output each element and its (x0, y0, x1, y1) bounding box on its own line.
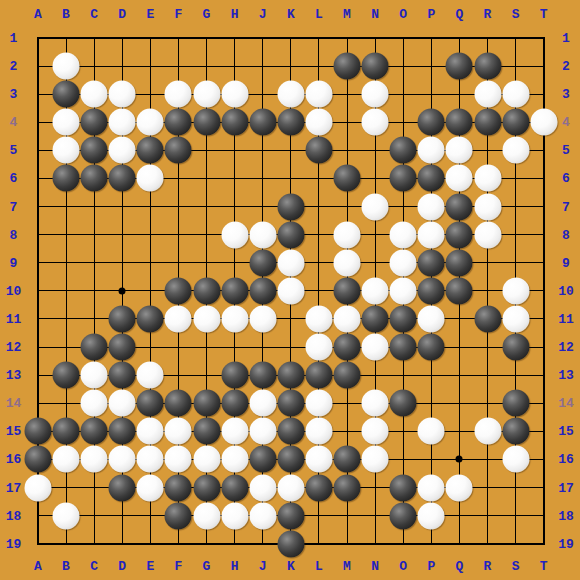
stone-F10-black[interactable] (165, 277, 192, 304)
stone-Q6-white[interactable] (446, 165, 473, 192)
stone-D16-white[interactable] (109, 446, 136, 473)
stone-J13-black[interactable] (249, 362, 276, 389)
stone-D12-black[interactable] (109, 334, 136, 361)
stone-L13-black[interactable] (305, 362, 332, 389)
row-label-left-10: 10 (6, 284, 22, 297)
stone-A17-white[interactable] (24, 474, 51, 501)
row-label-left-14: 14 (6, 397, 22, 410)
stone-P18-white[interactable] (418, 502, 445, 529)
row-label-right-4: 4 (562, 116, 570, 129)
stone-B18-white[interactable] (53, 502, 80, 529)
stone-M6-black[interactable] (334, 165, 361, 192)
stone-C15-black[interactable] (81, 418, 108, 445)
row-label-right-8: 8 (562, 228, 570, 241)
stone-P9-black[interactable] (418, 249, 445, 276)
stone-T4-white[interactable] (530, 109, 557, 136)
col-label-bottom-H: H (231, 560, 239, 573)
col-label-bottom-R: R (484, 560, 492, 573)
row-label-right-7: 7 (562, 200, 570, 213)
col-label-top-A: A (34, 7, 42, 20)
stone-K19-black[interactable] (277, 530, 304, 557)
stone-S3-white[interactable] (502, 81, 529, 108)
stone-B15-black[interactable] (53, 418, 80, 445)
stone-R4-black[interactable] (474, 109, 501, 136)
row-label-left-1: 1 (10, 31, 18, 44)
stone-B4-white[interactable] (53, 109, 80, 136)
stone-H8-white[interactable] (221, 221, 248, 248)
stone-Q17-white[interactable] (446, 474, 473, 501)
stone-F18-black[interactable] (165, 502, 192, 529)
stone-N7-white[interactable] (362, 193, 389, 220)
col-label-bottom-O: O (399, 560, 407, 573)
stone-E16-white[interactable] (137, 446, 164, 473)
stone-Q5-white[interactable] (446, 137, 473, 164)
stone-O5-black[interactable] (390, 137, 417, 164)
stone-N14-white[interactable] (362, 390, 389, 417)
stone-K10-white[interactable] (277, 277, 304, 304)
stone-L17-black[interactable] (305, 474, 332, 501)
stone-J4-black[interactable] (249, 109, 276, 136)
row-label-left-4: 4 (10, 116, 18, 129)
stone-L15-white[interactable] (305, 418, 332, 445)
stone-K7-black[interactable] (277, 193, 304, 220)
row-label-right-19: 19 (558, 537, 574, 550)
stone-G18-white[interactable] (193, 502, 220, 529)
stone-K14-black[interactable] (277, 390, 304, 417)
stone-G14-black[interactable] (193, 390, 220, 417)
stone-Q10-black[interactable] (446, 277, 473, 304)
stone-O14-black[interactable] (390, 390, 417, 417)
stone-G3-white[interactable] (193, 81, 220, 108)
stone-G4-black[interactable] (193, 109, 220, 136)
stone-K17-white[interactable] (277, 474, 304, 501)
stone-D3-white[interactable] (109, 81, 136, 108)
col-label-top-T: T (540, 7, 548, 20)
row-label-right-14: 14 (558, 397, 574, 410)
stone-H13-black[interactable] (221, 362, 248, 389)
stone-E11-black[interactable] (137, 305, 164, 332)
stone-L11-white[interactable] (305, 305, 332, 332)
stone-E4-white[interactable] (137, 109, 164, 136)
col-label-bottom-N: N (371, 560, 379, 573)
col-label-bottom-F: F (174, 560, 182, 573)
row-label-right-6: 6 (562, 172, 570, 185)
row-label-right-11: 11 (558, 312, 574, 325)
row-label-left-16: 16 (6, 453, 22, 466)
stone-M12-black[interactable] (334, 334, 361, 361)
row-label-left-9: 9 (10, 256, 18, 269)
col-label-bottom-J: J (259, 560, 267, 573)
row-label-right-12: 12 (558, 341, 574, 354)
hoshi-Q16 (456, 456, 463, 463)
col-label-top-C: C (90, 7, 98, 20)
stone-B16-white[interactable] (53, 446, 80, 473)
stone-N12-white[interactable] (362, 334, 389, 361)
col-label-top-P: P (427, 7, 435, 20)
stone-J15-white[interactable] (249, 418, 276, 445)
stone-O17-black[interactable] (390, 474, 417, 501)
col-label-bottom-Q: Q (455, 560, 463, 573)
stone-E17-white[interactable] (137, 474, 164, 501)
stone-S4-black[interactable] (502, 109, 529, 136)
stone-N10-white[interactable] (362, 277, 389, 304)
stone-P10-black[interactable] (418, 277, 445, 304)
stone-J14-white[interactable] (249, 390, 276, 417)
col-label-bottom-B: B (62, 560, 70, 573)
row-label-right-3: 3 (562, 88, 570, 101)
stone-R3-white[interactable] (474, 81, 501, 108)
stone-J16-black[interactable] (249, 446, 276, 473)
row-label-left-3: 3 (10, 88, 18, 101)
stone-C12-black[interactable] (81, 334, 108, 361)
stone-O12-black[interactable] (390, 334, 417, 361)
stone-P8-white[interactable] (418, 221, 445, 248)
stone-K3-white[interactable] (277, 81, 304, 108)
stone-H14-black[interactable] (221, 390, 248, 417)
col-label-top-F: F (174, 7, 182, 20)
stone-S16-white[interactable] (502, 446, 529, 473)
stone-R11-black[interactable] (474, 305, 501, 332)
stone-O6-black[interactable] (390, 165, 417, 192)
stone-D17-black[interactable] (109, 474, 136, 501)
stone-N3-white[interactable] (362, 81, 389, 108)
col-label-top-S: S (512, 7, 520, 20)
stone-C4-black[interactable] (81, 109, 108, 136)
col-label-bottom-D: D (118, 560, 126, 573)
stone-C5-black[interactable] (81, 137, 108, 164)
stone-C3-white[interactable] (81, 81, 108, 108)
col-label-bottom-M: M (343, 560, 351, 573)
stone-N11-black[interactable] (362, 305, 389, 332)
row-label-left-5: 5 (10, 144, 18, 157)
col-label-top-K: K (287, 7, 295, 20)
col-label-bottom-S: S (512, 560, 520, 573)
stone-K4-black[interactable] (277, 109, 304, 136)
stone-G11-white[interactable] (193, 305, 220, 332)
col-label-bottom-P: P (427, 560, 435, 573)
stone-M17-black[interactable] (334, 474, 361, 501)
row-label-right-18: 18 (558, 509, 574, 522)
stone-J9-black[interactable] (249, 249, 276, 276)
col-label-top-Q: Q (455, 7, 463, 20)
stone-S10-white[interactable] (502, 277, 529, 304)
col-label-bottom-T: T (540, 560, 548, 573)
stone-H3-white[interactable] (221, 81, 248, 108)
stone-R6-white[interactable] (474, 165, 501, 192)
stone-C14-white[interactable] (81, 390, 108, 417)
stone-L16-white[interactable] (305, 446, 332, 473)
col-label-bottom-G: G (203, 560, 211, 573)
stone-G16-white[interactable] (193, 446, 220, 473)
stone-F3-white[interactable] (165, 81, 192, 108)
stone-B13-black[interactable] (53, 362, 80, 389)
stone-B6-black[interactable] (53, 165, 80, 192)
stone-L14-white[interactable] (305, 390, 332, 417)
stone-J11-white[interactable] (249, 305, 276, 332)
stone-E5-black[interactable] (137, 137, 164, 164)
stone-M13-black[interactable] (334, 362, 361, 389)
col-label-top-R: R (484, 7, 492, 20)
stone-F14-black[interactable] (165, 390, 192, 417)
col-label-bottom-C: C (90, 560, 98, 573)
stone-L5-black[interactable] (305, 137, 332, 164)
stone-S5-white[interactable] (502, 137, 529, 164)
stone-H11-white[interactable] (221, 305, 248, 332)
stone-P15-white[interactable] (418, 418, 445, 445)
stone-Q2-black[interactable] (446, 53, 473, 80)
stone-S11-white[interactable] (502, 305, 529, 332)
stone-Q4-black[interactable] (446, 109, 473, 136)
stone-N2-black[interactable] (362, 53, 389, 80)
stone-E14-black[interactable] (137, 390, 164, 417)
stone-N16-white[interactable] (362, 446, 389, 473)
stone-R2-black[interactable] (474, 53, 501, 80)
row-label-left-18: 18 (6, 509, 22, 522)
stone-C6-black[interactable] (81, 165, 108, 192)
stone-J8-white[interactable] (249, 221, 276, 248)
stone-N15-white[interactable] (362, 418, 389, 445)
stone-D4-white[interactable] (109, 109, 136, 136)
stone-S14-black[interactable] (502, 390, 529, 417)
col-label-top-B: B (62, 7, 70, 20)
stone-B2-white[interactable] (53, 53, 80, 80)
stone-M16-black[interactable] (334, 446, 361, 473)
stone-F17-black[interactable] (165, 474, 192, 501)
row-label-right-16: 16 (558, 453, 574, 466)
stone-H15-white[interactable] (221, 418, 248, 445)
stone-Q9-black[interactable] (446, 249, 473, 276)
row-label-left-19: 19 (6, 537, 22, 550)
stone-F4-black[interactable] (165, 109, 192, 136)
go-board[interactable]: AABBCCDDEEFFGGHHJJKKLLMMNNOOPPQQRRSSTT11… (0, 0, 580, 580)
stone-M9-white[interactable] (334, 249, 361, 276)
stone-K15-black[interactable] (277, 418, 304, 445)
row-label-right-10: 10 (558, 284, 574, 297)
stone-A16-black[interactable] (24, 446, 51, 473)
stone-D14-white[interactable] (109, 390, 136, 417)
row-label-right-13: 13 (558, 369, 574, 382)
col-label-bottom-E: E (146, 560, 154, 573)
stone-M8-white[interactable] (334, 221, 361, 248)
stone-F11-white[interactable] (165, 305, 192, 332)
stone-D13-black[interactable] (109, 362, 136, 389)
stone-D6-black[interactable] (109, 165, 136, 192)
stone-P11-white[interactable] (418, 305, 445, 332)
stone-M2-black[interactable] (334, 53, 361, 80)
stone-D15-black[interactable] (109, 418, 136, 445)
stone-P7-white[interactable] (418, 193, 445, 220)
stone-F5-black[interactable] (165, 137, 192, 164)
stone-K18-black[interactable] (277, 502, 304, 529)
stone-P6-black[interactable] (418, 165, 445, 192)
stone-G15-black[interactable] (193, 418, 220, 445)
stone-K13-black[interactable] (277, 362, 304, 389)
stone-G17-black[interactable] (193, 474, 220, 501)
stone-K16-black[interactable] (277, 446, 304, 473)
stone-B5-white[interactable] (53, 137, 80, 164)
stone-H16-white[interactable] (221, 446, 248, 473)
stone-H10-black[interactable] (221, 277, 248, 304)
row-label-left-7: 7 (10, 200, 18, 213)
row-label-right-17: 17 (558, 481, 574, 494)
stone-H18-white[interactable] (221, 502, 248, 529)
stone-K9-white[interactable] (277, 249, 304, 276)
col-label-top-H: H (231, 7, 239, 20)
row-label-left-2: 2 (10, 60, 18, 73)
stone-F16-white[interactable] (165, 446, 192, 473)
col-label-top-L: L (315, 7, 323, 20)
stone-P4-black[interactable] (418, 109, 445, 136)
stone-F15-white[interactable] (165, 418, 192, 445)
row-label-right-15: 15 (558, 425, 574, 438)
stone-O9-white[interactable] (390, 249, 417, 276)
stone-P17-white[interactable] (418, 474, 445, 501)
stone-S15-black[interactable] (502, 418, 529, 445)
row-label-left-15: 15 (6, 425, 22, 438)
stone-D5-white[interactable] (109, 137, 136, 164)
stone-P5-white[interactable] (418, 137, 445, 164)
stone-O18-black[interactable] (390, 502, 417, 529)
row-label-right-5: 5 (562, 144, 570, 157)
row-label-left-6: 6 (10, 172, 18, 185)
stone-R8-white[interactable] (474, 221, 501, 248)
stone-Q8-black[interactable] (446, 221, 473, 248)
row-label-left-13: 13 (6, 369, 22, 382)
stone-O11-black[interactable] (390, 305, 417, 332)
stone-S12-black[interactable] (502, 334, 529, 361)
stone-K8-black[interactable] (277, 221, 304, 248)
stone-O10-white[interactable] (390, 277, 417, 304)
hoshi-D10 (119, 287, 126, 294)
stone-J18-white[interactable] (249, 502, 276, 529)
stone-N4-white[interactable] (362, 109, 389, 136)
stone-B3-black[interactable] (53, 81, 80, 108)
stone-M11-white[interactable] (334, 305, 361, 332)
row-label-left-11: 11 (6, 312, 22, 325)
row-label-left-12: 12 (6, 341, 22, 354)
row-label-right-2: 2 (562, 60, 570, 73)
col-label-top-J: J (259, 7, 267, 20)
col-label-top-N: N (371, 7, 379, 20)
stone-J17-white[interactable] (249, 474, 276, 501)
col-label-bottom-L: L (315, 560, 323, 573)
stone-L12-white[interactable] (305, 334, 332, 361)
stone-C16-white[interactable] (81, 446, 108, 473)
stone-D11-black[interactable] (109, 305, 136, 332)
row-label-left-8: 8 (10, 228, 18, 241)
stone-G10-black[interactable] (193, 277, 220, 304)
row-label-right-9: 9 (562, 256, 570, 269)
row-label-left-17: 17 (6, 481, 22, 494)
stone-O8-white[interactable] (390, 221, 417, 248)
stone-M10-black[interactable] (334, 277, 361, 304)
col-label-top-O: O (399, 7, 407, 20)
stone-R7-white[interactable] (474, 193, 501, 220)
stone-Q7-black[interactable] (446, 193, 473, 220)
col-label-top-G: G (203, 7, 211, 20)
stone-J10-black[interactable] (249, 277, 276, 304)
stone-H4-black[interactable] (221, 109, 248, 136)
col-label-top-E: E (146, 7, 154, 20)
row-label-right-1: 1 (562, 31, 570, 44)
stone-L4-white[interactable] (305, 109, 332, 136)
col-label-top-D: D (118, 7, 126, 20)
stone-E6-white[interactable] (137, 165, 164, 192)
stone-R15-white[interactable] (474, 418, 501, 445)
stone-L3-white[interactable] (305, 81, 332, 108)
col-label-bottom-A: A (34, 560, 42, 573)
stone-P12-black[interactable] (418, 334, 445, 361)
stone-H17-black[interactable] (221, 474, 248, 501)
col-label-bottom-K: K (287, 560, 295, 573)
stone-E15-white[interactable] (137, 418, 164, 445)
col-label-top-M: M (343, 7, 351, 20)
stone-C13-white[interactable] (81, 362, 108, 389)
stone-E13-white[interactable] (137, 362, 164, 389)
stone-A15-black[interactable] (24, 418, 51, 445)
